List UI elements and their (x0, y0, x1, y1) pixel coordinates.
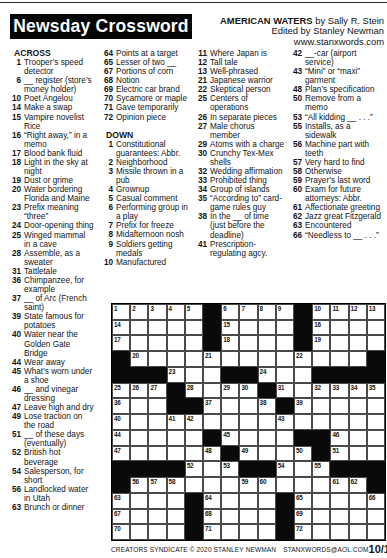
down-clue-66: 66“Needless to __ . . .” (287, 231, 384, 240)
cell-number: 2 (132, 305, 135, 312)
grid-cell-r13c12[interactable] (312, 493, 330, 509)
grid-cell-r15c4[interactable] (167, 524, 185, 540)
clue-text: Missile thrown in a pub (116, 167, 183, 185)
grid-cell-r3c1[interactable]: 17 (112, 335, 130, 351)
grid-cell-r4c11[interactable]: 22 (294, 351, 312, 367)
grid-cell-r10c4[interactable] (167, 446, 185, 462)
grid-cell-r6c1[interactable]: 25 (112, 383, 130, 399)
grid-cell-r4c4[interactable] (167, 351, 185, 367)
grid-cell-r2c7[interactable]: 15 (221, 320, 239, 336)
grid-cell-r9c2[interactable] (130, 430, 148, 446)
grid-cell-r13c11[interactable]: 65 (294, 493, 312, 509)
grid-cell-r6c11[interactable] (294, 383, 312, 399)
grid-cell-r7c12[interactable] (312, 398, 330, 414)
grid-cell-r4c14[interactable] (349, 351, 367, 367)
grid-cell-r9c13[interactable]: 46 (330, 430, 348, 446)
grid-cell-r2c15[interactable] (367, 320, 385, 336)
grid-cell-r1c3[interactable]: 3 (148, 304, 166, 320)
across-clue-10: 10Poet Angelou (6, 94, 94, 103)
grid-cell-r3c10[interactable] (276, 335, 294, 351)
masthead: Newsday Crossword (10, 14, 192, 39)
clue-number: 70 (98, 94, 113, 103)
clue-number: 58 (287, 167, 302, 176)
clue-number: 52 (6, 448, 21, 457)
grid-cell-r8c12[interactable] (312, 414, 330, 430)
grid-cell-r1c9[interactable]: 8 (258, 304, 276, 320)
grid-cell-r5c4[interactable]: 23 (167, 367, 185, 383)
puzzle-date: 10/13/20 (369, 543, 387, 555)
down-clue-22: 22Skeptical person (192, 85, 285, 94)
grid-cell-r8c11[interactable] (294, 414, 312, 430)
grid-cell-r1c12[interactable]: 10 (312, 304, 330, 320)
grid-cell-r1c4[interactable]: 4 (167, 304, 185, 320)
grid-cell-r4c6[interactable]: 21 (203, 351, 221, 367)
clue-number: 34 (192, 185, 207, 194)
grid-cell-r5c10[interactable] (276, 367, 294, 383)
grid-cell-r8c5[interactable]: 42 (185, 414, 203, 430)
grid-cell-r12c3[interactable]: 57 (148, 477, 166, 493)
grid-cell-r14c12[interactable] (312, 509, 330, 525)
down-clue-35: 35“According to” card-game rules guy (192, 194, 285, 212)
grid-cell-r7c2[interactable] (130, 398, 148, 414)
clue-text: “According to” card-game rules guy (210, 194, 282, 212)
grid-cell-r12c7[interactable] (221, 477, 239, 493)
grid-cell-r8c8[interactable] (239, 414, 257, 430)
black-square-r5c12 (312, 367, 330, 383)
grid-cell-r10c13[interactable]: 51 (330, 446, 348, 462)
clue-text: Dust or grime (24, 176, 73, 185)
grid-cell-r15c2[interactable] (130, 524, 148, 540)
clue-text: Atoms with a charge (210, 140, 284, 149)
down-clue-6: 6Performing group in a play (98, 203, 188, 221)
grid-cell-r8c6[interactable] (203, 414, 221, 430)
grid-cell-r7c8[interactable] (239, 398, 257, 414)
grid-cell-r7c6[interactable]: 37 (203, 398, 221, 414)
grid-cell-r15c3[interactable] (148, 524, 166, 540)
grid-cell-r2c12[interactable]: 16 (312, 320, 330, 336)
clue-number: 56 (6, 485, 21, 494)
clue-number: 14 (6, 103, 21, 112)
grid-cell-r11c11[interactable] (294, 461, 312, 477)
grid-cell-r14c1[interactable]: 67 (112, 509, 130, 525)
clue-text: Electric car brand (116, 85, 180, 94)
grid-cell-r8c2[interactable] (130, 414, 148, 430)
clue-number: 31 (6, 267, 21, 276)
clue-number: 25 (6, 231, 21, 240)
grid-cell-r9c1[interactable]: 44 (112, 430, 130, 446)
grid-cell-r10c1[interactable]: 47 (112, 446, 130, 462)
grid-cell-r4c2[interactable]: 20 (130, 351, 148, 367)
grid-cell-r15c12[interactable] (312, 524, 330, 540)
grid-cell-r2c3[interactable] (148, 320, 166, 336)
clue-text: Jazz great Fitzgerald (305, 212, 381, 221)
grid-cell-r11c6[interactable] (203, 461, 221, 477)
black-square-r9c6 (203, 430, 221, 446)
clue-text: Prescription-regulating agcy. (210, 240, 267, 258)
grid-cell-r6c13[interactable]: 33 (330, 383, 348, 399)
grid-cell-r14c2[interactable] (130, 509, 148, 525)
grid-cell-r5c11[interactable] (294, 367, 312, 383)
grid-cell-r4c9[interactable] (258, 351, 276, 367)
down-clue-10: 10Manufactured (98, 258, 188, 267)
clue-column-1: ACROSS 1Trooper’s speed detector6__ regi… (6, 49, 94, 512)
grid-cell-r6c3[interactable]: 27 (148, 383, 166, 399)
grid-cell-r3c8[interactable] (239, 335, 257, 351)
clue-text: “All kidding __ . . .” (305, 113, 373, 122)
grid-cell-r6c5[interactable]: 28 (185, 383, 203, 399)
clue-number: 9 (98, 240, 113, 249)
black-square-r11c14 (349, 461, 367, 477)
grid-cell-r2c2[interactable] (130, 320, 148, 336)
cell-number: 26 (132, 384, 139, 391)
grid-cell-r3c7[interactable]: 18 (221, 335, 239, 351)
grid-cell-r8c9[interactable] (258, 414, 276, 430)
grid-cell-r13c13[interactable] (330, 493, 348, 509)
grid-cell-r10c2[interactable] (130, 446, 148, 462)
grid-cell-r15c1[interactable]: 70 (112, 524, 130, 540)
cell-number: 38 (260, 399, 267, 406)
clue-text: Light in the sky at night (24, 158, 88, 176)
cell-number: 25 (114, 384, 121, 391)
cell-number: 51 (332, 447, 339, 454)
clue-number: 63 (287, 221, 302, 230)
grid-cell-r8c7[interactable] (221, 414, 239, 430)
grid-cell-r7c7[interactable] (221, 398, 239, 414)
grid-cell-r1c2[interactable]: 2 (130, 304, 148, 320)
grid-cell-r12c8[interactable]: 59 (239, 477, 257, 493)
black-square-r10c7 (221, 446, 239, 462)
grid-cell-r6c12[interactable]: 32 (312, 383, 330, 399)
black-square-r11c3 (148, 461, 166, 477)
clue-number: 6 (6, 76, 21, 85)
grid-cell-r10c11[interactable]: 50 (294, 446, 312, 462)
grid-cell-r2c8[interactable] (239, 320, 257, 336)
grid-cell-r14c13[interactable] (330, 509, 348, 525)
grid-cell-r7c15[interactable] (367, 398, 385, 414)
black-square-r9c12 (312, 430, 330, 446)
grid-cell-r10c15[interactable] (367, 446, 385, 462)
clue-number: 1 (98, 140, 113, 149)
cell-number: 15 (223, 321, 230, 328)
grid-cell-r4c13[interactable] (330, 351, 348, 367)
grid-cell-r9c10[interactable] (276, 430, 294, 446)
grid-cell-r15c11[interactable]: 72 (294, 524, 312, 540)
down-clue-42: 42__-car (airport service) (287, 49, 384, 67)
across-clue-15: 15Vampire novelist Rice (6, 113, 94, 131)
grid-cell-r13c9[interactable] (258, 493, 276, 509)
grid-cell-r14c3[interactable] (148, 509, 166, 525)
grid-cell-r4c7[interactable] (221, 351, 239, 367)
puzzle-title: AMERICAN WATERS (220, 15, 313, 26)
grid-cell-r3c4[interactable] (167, 335, 185, 351)
grid-cell-r1c1[interactable]: 1 (112, 304, 130, 320)
clue-number: 48 (287, 85, 302, 94)
clue-text: Trooper’s speed detector (24, 58, 83, 76)
grid-cell-r13c3[interactable] (148, 493, 166, 509)
grid-cell-r2c5[interactable] (185, 320, 203, 336)
grid-cell-r5c6[interactable] (203, 367, 221, 383)
cell-number: 64 (205, 494, 212, 501)
grid-cell-r7c11[interactable]: 39 (294, 398, 312, 414)
clue-number: 57 (287, 158, 302, 167)
cell-number: 1 (114, 305, 117, 312)
clue-text: Poet Angelou (24, 94, 73, 103)
grid-cell-r11c12[interactable]: 55 (312, 461, 330, 477)
clue-column-4: 42__-car (airport service)43“Mini” or “m… (287, 49, 384, 240)
grid-cell-r9c4[interactable] (167, 430, 185, 446)
grid-cell-r6c14[interactable]: 34 (349, 383, 367, 399)
grid-cell-r6c8[interactable]: 30 (239, 383, 257, 399)
grid-cell-r1c10[interactable]: 9 (276, 304, 294, 320)
grid-cell-r4c12[interactable] (312, 351, 330, 367)
grid-cell-r12c14[interactable]: 62 (349, 477, 367, 493)
byline: by Sally R. Stein (313, 15, 384, 26)
grid-cell-r12c10[interactable] (276, 477, 294, 493)
grid-cell-r14c15[interactable] (367, 509, 385, 525)
across-clue-6: 6__ register (store’s money holder) (6, 76, 94, 94)
clue-number: 71 (98, 103, 113, 112)
grid-cell-r1c7[interactable]: 6 (221, 304, 239, 320)
grid-cell-r10c5[interactable] (185, 446, 203, 462)
black-square-r11c4 (167, 461, 185, 477)
clue-text: Group of islands (210, 185, 270, 194)
grid-cell-r12c5[interactable] (185, 477, 203, 493)
clue-number: 69 (98, 85, 113, 94)
grid-cell-r6c7[interactable]: 29 (221, 383, 239, 399)
clue-text: Skeptical person (210, 85, 271, 94)
grid-cell-r14c14[interactable] (349, 509, 367, 525)
grid-cell-r3c2[interactable] (130, 335, 148, 351)
grid-cell-r13c8[interactable] (239, 493, 257, 509)
grid-cell-r2c4[interactable] (167, 320, 185, 336)
grid-cell-r13c1[interactable]: 63 (112, 493, 130, 509)
cell-number: 69 (296, 510, 303, 517)
grid-cell-r12c6[interactable] (203, 477, 221, 493)
grid-cell-r13c2[interactable] (130, 493, 148, 509)
grid-cell-r3c13[interactable] (330, 335, 348, 351)
clue-number: 65 (98, 58, 113, 67)
grid-cell-r14c11[interactable]: 69 (294, 509, 312, 525)
black-square-r11c13 (330, 461, 348, 477)
grid-cell-r10c10[interactable] (276, 446, 294, 462)
clue-number: 21 (192, 76, 207, 85)
grid-cell-r12c2[interactable]: 56 (130, 477, 148, 493)
clue-text: Machine part with teeth (305, 140, 369, 158)
clue-text: Remove from a memo (305, 94, 361, 112)
grid-cell-r7c3[interactable] (148, 398, 166, 414)
black-square-r5c14 (349, 367, 367, 383)
cell-number: 20 (132, 352, 139, 359)
grid-cell-r13c15[interactable]: 66 (367, 493, 385, 509)
grid-cell-r12c11[interactable] (294, 477, 312, 493)
grid-cell-r13c7[interactable] (221, 493, 239, 509)
down-clue-59: 59Prayer’s last word (287, 176, 384, 185)
grid-cell-r6c10[interactable]: 31 (276, 383, 294, 399)
grid-cell-r4c8[interactable] (239, 351, 257, 367)
grid-cell-r13c6[interactable]: 64 (203, 493, 221, 509)
grid-cell-r14c7[interactable] (221, 509, 239, 525)
grid-cell-r9c8[interactable] (239, 430, 257, 446)
grid-cell-r9c9[interactable] (258, 430, 276, 446)
grid-cell-r11c5[interactable]: 52 (185, 461, 203, 477)
grid-cell-r2c9[interactable] (258, 320, 276, 336)
grid-cell-r7c9[interactable]: 38 (258, 398, 276, 414)
grid-cell-r9c14[interactable] (349, 430, 367, 446)
clue-text: Centers of operations (210, 94, 248, 112)
black-square-r11c2 (130, 461, 148, 477)
grid-cell-r7c14[interactable] (349, 398, 367, 414)
down-clue-11: 11Where Japan is (192, 49, 285, 58)
clue-text: Opinion piece (116, 113, 166, 122)
grid-cell-r14c4[interactable] (167, 509, 185, 525)
grid-cell-r3c15[interactable] (367, 335, 385, 351)
grid-cell-r10c3[interactable] (148, 446, 166, 462)
grid-cell-r12c9[interactable]: 60 (258, 477, 276, 493)
grid-cell-r3c5[interactable] (185, 335, 203, 351)
grid-cell-r10c6[interactable]: 48 (203, 446, 221, 462)
grid-cell-r4c3[interactable] (148, 351, 166, 367)
grid-cell-r7c13[interactable] (330, 398, 348, 414)
grid-cell-r15c13[interactable] (330, 524, 348, 540)
clue-number: 53 (287, 113, 302, 122)
grid-cell-r8c3[interactable] (148, 414, 166, 430)
across-clues-part2: 64Points at a target65Lesser of two __67… (98, 49, 188, 122)
cell-number: 19 (314, 336, 321, 343)
grid-cell-r15c8[interactable] (239, 524, 257, 540)
clue-number: 18 (6, 158, 21, 167)
grid-cell-r1c14[interactable]: 12 (349, 304, 367, 320)
cell-number: 62 (351, 478, 358, 485)
grid-cell-r6c2[interactable]: 26 (130, 383, 148, 399)
grid-cell-r10c9[interactable] (258, 446, 276, 462)
clue-text: Otherwise (305, 167, 342, 176)
grid-cell-r8c4[interactable]: 41 (167, 414, 185, 430)
down-clue-30: 30Crunchy Tex-Mex shells (192, 149, 285, 167)
grid-cell-r5c5[interactable] (185, 367, 203, 383)
clue-text: Constitutional guarantees: Abbr. (116, 140, 180, 158)
clue-text: Midafternoon nosh (116, 230, 184, 239)
grid-cell-r6c15[interactable]: 35 (367, 383, 385, 399)
cell-number: 5 (187, 305, 190, 312)
grid-cell-r5c9[interactable]: 24 (258, 367, 276, 383)
grid-cell-r12c13[interactable]: 61 (330, 477, 348, 493)
clue-text: Sycamore or maple (116, 94, 187, 103)
grid-cell-r12c12[interactable] (312, 477, 330, 493)
clue-text: Lesser of two __ (116, 58, 176, 67)
across-clue-36: 36Chimpanzee, for example (6, 276, 94, 294)
grid-cell-r3c9[interactable] (258, 335, 276, 351)
black-square-r7c4 (167, 398, 185, 414)
clue-number: 22 (192, 85, 207, 94)
cell-number: 28 (187, 384, 194, 391)
grid-cell-r15c6[interactable]: 71 (203, 524, 221, 540)
clue-number: 67 (98, 67, 113, 76)
grid-cell-r9c5[interactable] (185, 430, 203, 446)
contact-email: STANXWORDS@AOL.COM (283, 546, 368, 553)
black-square-r6c9 (258, 383, 276, 399)
grid-cell-r10c8[interactable]: 49 (239, 446, 257, 462)
cell-number: 14 (114, 321, 121, 328)
clue-text: Landlocked water in Utah (24, 485, 88, 503)
grid-cell-r6c6[interactable] (203, 383, 221, 399)
across-clue-64: 64Points at a target (98, 49, 188, 58)
grid-cell-r10c14[interactable] (349, 446, 367, 462)
clue-text: What’s worn under a shoe (24, 367, 92, 385)
clue-number: 35 (192, 194, 207, 203)
clue-text: Notion (116, 76, 140, 85)
black-square-r5c1 (112, 367, 130, 383)
grid-cell-r2c13[interactable] (330, 320, 348, 336)
clue-text: Prefix for freeze (116, 221, 174, 230)
grid-cell-r1c8[interactable]: 7 (239, 304, 257, 320)
grid-cell-r13c4[interactable] (167, 493, 185, 509)
grid-cell-r3c12[interactable]: 19 (312, 335, 330, 351)
grid-cell-r12c4[interactable]: 58 (167, 477, 185, 493)
cell-number: 3 (150, 305, 153, 312)
grid-cell-r8c14[interactable] (349, 414, 367, 430)
grid-cell-r1c5[interactable]: 5 (185, 304, 203, 320)
grid-cell-r14c9[interactable] (258, 509, 276, 525)
grid-cell-r4c10[interactable] (276, 351, 294, 367)
grid-cell-r8c1[interactable]: 40 (112, 414, 130, 430)
grid-cell-r7c1[interactable]: 36 (112, 398, 130, 414)
grid-cell-r15c7[interactable] (221, 524, 239, 540)
clue-number: 7 (98, 221, 113, 230)
grid-cell-r1c13[interactable]: 11 (330, 304, 348, 320)
grid-cell-r8c10[interactable]: 43 (276, 414, 294, 430)
grid-cell-r2c1[interactable]: 14 (112, 320, 130, 336)
grid-cell-r3c3[interactable] (148, 335, 166, 351)
down-clue-8: 8Midafternoon nosh (98, 230, 188, 239)
across-clue-45: 45What’s worn under a shoe (6, 367, 94, 385)
cell-number: 67 (114, 510, 121, 517)
grid-cell-r9c3[interactable] (148, 430, 166, 446)
grid-cell-r15c14[interactable] (349, 524, 367, 540)
across-clue-69: 69Electric car brand (98, 85, 188, 94)
grid-cell-r2c14[interactable] (349, 320, 367, 336)
cell-number: 16 (314, 321, 321, 328)
clue-text: Male chorus member (210, 122, 255, 140)
clue-text: Door-opening thing (24, 221, 94, 230)
clue-number: 2 (98, 158, 113, 167)
clue-column-2: 64Points at a target65Lesser of two __67… (98, 49, 188, 267)
grid-cell-r14c8[interactable] (239, 509, 257, 525)
clue-number: 51 (6, 430, 21, 439)
grid-cell-r3c14[interactable] (349, 335, 367, 351)
clue-column-3: 11Where Japan is12Tall tale13Well-phrase… (192, 49, 285, 258)
grid-cell-r13c14[interactable] (349, 493, 367, 509)
cell-number: 41 (169, 415, 176, 422)
cell-number: 9 (278, 305, 281, 312)
cell-number: 34 (351, 384, 358, 391)
grid-cell-r11c10[interactable]: 54 (276, 461, 294, 477)
clue-text: Tattletale (24, 267, 57, 276)
grid-cell-r9c7[interactable]: 45 (221, 430, 239, 446)
grid-cell-r14c6[interactable]: 68 (203, 509, 221, 525)
publication-info: AMERICAN WATERS by Sally R. Stein Edited… (220, 16, 384, 47)
grid-cell-r1c15[interactable]: 13 (367, 304, 385, 320)
clue-text: Prohibited thing (210, 176, 267, 185)
grid-cell-r9c15[interactable] (367, 430, 385, 446)
grid-cell-r15c15[interactable] (367, 524, 385, 540)
grid-cell-r8c15[interactable] (367, 414, 385, 430)
grid-cell-r8c13[interactable] (330, 414, 348, 430)
across-header: ACROSS (6, 49, 94, 58)
grid-cell-r15c9[interactable] (258, 524, 276, 540)
grid-cell-r2c10[interactable] (276, 320, 294, 336)
grid-cell-r11c7[interactable]: 53 (221, 461, 239, 477)
grid-cell-r4c5[interactable] (185, 351, 203, 367)
